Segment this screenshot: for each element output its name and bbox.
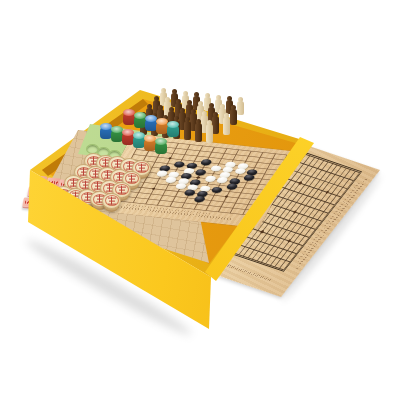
- go-stone-black: [243, 174, 256, 181]
- go-stone-white: [216, 177, 229, 184]
- go-stone-white: [233, 168, 246, 175]
- star-point: [224, 195, 228, 197]
- go-stone-black: [193, 196, 206, 203]
- go-stone-white: [174, 183, 187, 190]
- star-point: [151, 188, 155, 190]
- go-stone-black: [200, 159, 213, 166]
- star-point: [168, 157, 172, 159]
- go-stone-black: [183, 189, 196, 196]
- go-stone-black: [173, 161, 186, 168]
- product-photo-scene: Gomoku / Go (five-in-a-row) — wooden mul…: [0, 0, 400, 400]
- go-stone-white: [165, 176, 178, 183]
- go-stone-white: [209, 165, 222, 172]
- chess-piece-light: [204, 97, 211, 111]
- go-stone-black: [225, 183, 238, 190]
- go-stone-white: [204, 175, 217, 182]
- go-stone-black: [210, 187, 223, 194]
- go-stone-white: [155, 170, 168, 177]
- chess-piece-light: [215, 99, 222, 113]
- star-point: [196, 176, 200, 178]
- chess-piece-dark: [226, 100, 233, 114]
- go-stone-black: [194, 169, 207, 176]
- chess-piece-light: [237, 101, 244, 115]
